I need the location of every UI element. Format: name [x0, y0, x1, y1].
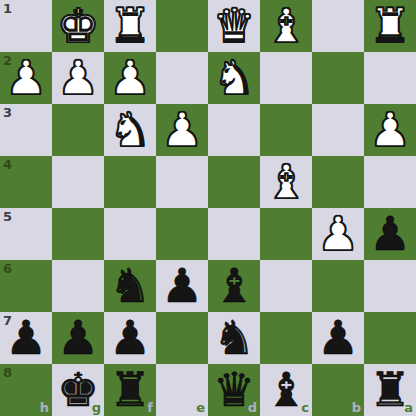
- square-h6[interactable]: 6: [0, 260, 52, 312]
- black-pawn-a5[interactable]: ♟: [369, 208, 411, 260]
- square-d5[interactable]: [208, 208, 260, 260]
- square-c8[interactable]: c♝: [260, 364, 312, 416]
- square-a6[interactable]: [364, 260, 416, 312]
- black-knight-f6[interactable]: ♞: [109, 260, 151, 312]
- black-bishop-c8[interactable]: ♝: [265, 364, 307, 416]
- rank-label-3: 3: [3, 106, 12, 119]
- square-h1[interactable]: 1: [0, 0, 52, 52]
- white-pawn-e3[interactable]: ♟: [161, 104, 203, 156]
- square-f7[interactable]: ♟: [104, 312, 156, 364]
- square-d6[interactable]: ♝: [208, 260, 260, 312]
- square-a3[interactable]: ♟: [364, 104, 416, 156]
- white-knight-d2[interactable]: ♞: [213, 52, 255, 104]
- square-e1[interactable]: [156, 0, 208, 52]
- square-g2[interactable]: ♟: [52, 52, 104, 104]
- square-b8[interactable]: b: [312, 364, 364, 416]
- square-b4[interactable]: [312, 156, 364, 208]
- square-e3[interactable]: ♟: [156, 104, 208, 156]
- square-g5[interactable]: [52, 208, 104, 260]
- rank-label-5: 5: [3, 210, 12, 223]
- square-h5[interactable]: 5: [0, 208, 52, 260]
- square-g7[interactable]: ♟: [52, 312, 104, 364]
- black-knight-d7[interactable]: ♞: [213, 312, 255, 364]
- square-d8[interactable]: d♛: [208, 364, 260, 416]
- black-pawn-g7[interactable]: ♟: [57, 312, 99, 364]
- white-king-g1[interactable]: ♚: [57, 0, 99, 52]
- square-a5[interactable]: ♟: [364, 208, 416, 260]
- white-pawn-b5[interactable]: ♟: [317, 208, 359, 260]
- square-a4[interactable]: [364, 156, 416, 208]
- file-label-b: b: [352, 401, 361, 414]
- black-rook-a8[interactable]: ♜: [369, 364, 411, 416]
- rank-label-8: 8: [3, 366, 12, 379]
- black-king-g8[interactable]: ♚: [57, 364, 99, 416]
- white-pawn-g2[interactable]: ♟: [57, 52, 99, 104]
- white-pawn-h2[interactable]: ♟: [5, 52, 47, 104]
- black-queen-d8[interactable]: ♛: [213, 364, 255, 416]
- black-pawn-e6[interactable]: ♟: [161, 260, 203, 312]
- square-c2[interactable]: [260, 52, 312, 104]
- square-f8[interactable]: f♜: [104, 364, 156, 416]
- square-f2[interactable]: ♟: [104, 52, 156, 104]
- square-d2[interactable]: ♞: [208, 52, 260, 104]
- square-h2[interactable]: 2♟: [0, 52, 52, 104]
- square-c6[interactable]: [260, 260, 312, 312]
- square-e7[interactable]: [156, 312, 208, 364]
- square-b6[interactable]: [312, 260, 364, 312]
- square-b7[interactable]: ♟: [312, 312, 364, 364]
- file-label-e: e: [196, 401, 205, 414]
- square-d3[interactable]: [208, 104, 260, 156]
- white-bishop-c4[interactable]: ♝: [265, 156, 307, 208]
- square-d4[interactable]: [208, 156, 260, 208]
- square-b3[interactable]: [312, 104, 364, 156]
- white-queen-d1[interactable]: ♛: [213, 0, 255, 52]
- square-h3[interactable]: 3: [0, 104, 52, 156]
- square-f3[interactable]: ♞: [104, 104, 156, 156]
- square-g3[interactable]: [52, 104, 104, 156]
- square-e2[interactable]: [156, 52, 208, 104]
- white-rook-a1[interactable]: ♜: [369, 0, 411, 52]
- square-g4[interactable]: [52, 156, 104, 208]
- square-e8[interactable]: e: [156, 364, 208, 416]
- square-f4[interactable]: [104, 156, 156, 208]
- square-d1[interactable]: ♛: [208, 0, 260, 52]
- rank-label-6: 6: [3, 262, 12, 275]
- white-pawn-f2[interactable]: ♟: [109, 52, 151, 104]
- square-c4[interactable]: ♝: [260, 156, 312, 208]
- square-g6[interactable]: [52, 260, 104, 312]
- square-c1[interactable]: ♝: [260, 0, 312, 52]
- rank-label-4: 4: [3, 158, 12, 171]
- square-a8[interactable]: a♜: [364, 364, 416, 416]
- black-bishop-d6[interactable]: ♝: [213, 260, 255, 312]
- square-a1[interactable]: ♜: [364, 0, 416, 52]
- square-b2[interactable]: [312, 52, 364, 104]
- square-h4[interactable]: 4: [0, 156, 52, 208]
- square-a2[interactable]: [364, 52, 416, 104]
- chess-board: 1♚♜♛♝♜2♟♟♟♞3♞♟♟4♝5♟♟6♞♟♝7♟♟♟♞♟8hg♚f♜ed♛c…: [0, 0, 416, 416]
- square-h7[interactable]: 7♟: [0, 312, 52, 364]
- black-pawn-h7[interactable]: ♟: [5, 312, 47, 364]
- square-d7[interactable]: ♞: [208, 312, 260, 364]
- rank-label-1: 1: [3, 2, 12, 15]
- black-pawn-b7[interactable]: ♟: [317, 312, 359, 364]
- square-f6[interactable]: ♞: [104, 260, 156, 312]
- square-b5[interactable]: ♟: [312, 208, 364, 260]
- white-knight-f3[interactable]: ♞: [109, 104, 151, 156]
- square-c7[interactable]: [260, 312, 312, 364]
- white-rook-f1[interactable]: ♜: [109, 0, 151, 52]
- square-e6[interactable]: ♟: [156, 260, 208, 312]
- square-c3[interactable]: [260, 104, 312, 156]
- square-e5[interactable]: [156, 208, 208, 260]
- black-pawn-f7[interactable]: ♟: [109, 312, 151, 364]
- black-rook-f8[interactable]: ♜: [109, 364, 151, 416]
- white-pawn-a3[interactable]: ♟: [369, 104, 411, 156]
- square-h8[interactable]: 8h: [0, 364, 52, 416]
- square-b1[interactable]: [312, 0, 364, 52]
- file-label-h: h: [40, 401, 49, 414]
- square-g8[interactable]: g♚: [52, 364, 104, 416]
- square-f5[interactable]: [104, 208, 156, 260]
- white-bishop-c1[interactable]: ♝: [265, 0, 307, 52]
- square-g1[interactable]: ♚: [52, 0, 104, 52]
- square-e4[interactable]: [156, 156, 208, 208]
- square-f1[interactable]: ♜: [104, 0, 156, 52]
- square-a7[interactable]: [364, 312, 416, 364]
- square-c5[interactable]: [260, 208, 312, 260]
